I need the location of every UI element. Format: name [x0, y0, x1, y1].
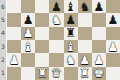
square-d3[interactable] [49, 40, 63, 53]
square-a3[interactable] [7, 40, 21, 53]
rank-label-4: 4 [0, 27, 6, 40]
black-pawn[interactable]: ♟ [108, 13, 119, 25]
square-e1[interactable] [64, 67, 78, 80]
chess-board[interactable]: ♟♝♞♟♟♞♟♟♟♜♝♝♟♟♞♟♟♜♛♜♚ [7, 0, 120, 80]
black-pawn[interactable]: ♟ [65, 13, 76, 25]
chess-board-screenshot: 654321 ♟♝♞♟♟♞♟♟♟♜♝♝♟♟♞♟♟♜♛♜♚ [0, 0, 120, 80]
square-g1[interactable]: ♚ [92, 67, 106, 80]
square-h2[interactable] [106, 53, 120, 66]
square-d4[interactable] [49, 27, 63, 40]
white-rook[interactable]: ♜ [37, 67, 48, 79]
square-f2[interactable]: ♟ [78, 53, 92, 66]
white-pawn[interactable]: ♟ [93, 53, 104, 65]
white-pawn[interactable]: ♟ [9, 53, 20, 65]
square-h6[interactable] [106, 0, 120, 13]
black-bishop[interactable]: ♝ [65, 0, 76, 12]
black-pawn[interactable]: ♟ [23, 13, 34, 25]
black-knight[interactable]: ♞ [79, 0, 90, 12]
square-c4[interactable] [35, 27, 49, 40]
square-g2[interactable]: ♟ [92, 53, 106, 66]
square-h5[interactable]: ♟ [106, 13, 120, 26]
white-queen[interactable]: ♛ [51, 67, 62, 79]
square-a5[interactable] [7, 13, 21, 26]
square-d1[interactable]: ♛ [49, 67, 63, 80]
square-b1[interactable] [21, 67, 35, 80]
rank-label-3: 3 [0, 40, 6, 53]
square-h4[interactable] [106, 27, 120, 40]
square-h1[interactable] [106, 67, 120, 80]
square-c5[interactable] [35, 13, 49, 26]
square-f4[interactable] [78, 27, 92, 40]
square-b4[interactable]: ♟ [21, 27, 35, 40]
square-e4[interactable]: ♜ [64, 27, 78, 40]
square-g3[interactable] [92, 40, 106, 53]
white-bishop[interactable]: ♝ [65, 40, 76, 52]
white-pawn[interactable]: ♟ [23, 27, 34, 39]
square-c3[interactable] [35, 40, 49, 53]
white-knight[interactable]: ♞ [65, 53, 76, 65]
black-rook[interactable]: ♜ [65, 27, 76, 39]
white-king[interactable]: ♚ [93, 67, 104, 79]
square-f5[interactable] [78, 13, 92, 26]
square-d6[interactable]: ♟ [49, 0, 63, 13]
black-pawn[interactable]: ♟ [93, 0, 104, 12]
square-e3[interactable]: ♝ [64, 40, 78, 53]
square-c6[interactable] [35, 0, 49, 13]
black-pawn[interactable]: ♟ [51, 0, 62, 12]
square-f3[interactable] [78, 40, 92, 53]
square-a6[interactable] [7, 0, 21, 13]
rank-label-1: 1 [0, 67, 6, 80]
square-a1[interactable] [7, 67, 21, 80]
white-pawn[interactable]: ♟ [108, 40, 119, 52]
square-b2[interactable] [21, 53, 35, 66]
square-b5[interactable]: ♟ [21, 13, 35, 26]
square-b6[interactable] [21, 0, 35, 13]
white-knight[interactable]: ♞ [51, 13, 62, 25]
square-a2[interactable]: ♟ [7, 53, 21, 66]
square-g4[interactable] [92, 27, 106, 40]
square-e5[interactable]: ♟ [64, 13, 78, 26]
rank-label-5: 5 [0, 13, 6, 26]
rank-label-2: 2 [0, 53, 6, 66]
square-f1[interactable]: ♜ [78, 67, 92, 80]
square-d5[interactable]: ♞ [49, 13, 63, 26]
square-h3[interactable]: ♟ [106, 40, 120, 53]
square-g5[interactable] [92, 13, 106, 26]
white-rook[interactable]: ♜ [79, 67, 90, 79]
square-f6[interactable]: ♞ [78, 0, 92, 13]
square-g6[interactable]: ♟ [92, 0, 106, 13]
white-pawn[interactable]: ♟ [79, 53, 90, 65]
square-b3[interactable]: ♝ [21, 40, 35, 53]
rank-label-gutter: 654321 [0, 0, 7, 80]
square-a4[interactable] [7, 27, 21, 40]
square-e2[interactable]: ♞ [64, 53, 78, 66]
white-bishop[interactable]: ♝ [23, 40, 34, 52]
square-d2[interactable] [49, 53, 63, 66]
rank-label-6: 6 [0, 0, 6, 13]
square-e6[interactable]: ♝ [64, 0, 78, 13]
square-c2[interactable] [35, 53, 49, 66]
square-c1[interactable]: ♜ [35, 67, 49, 80]
